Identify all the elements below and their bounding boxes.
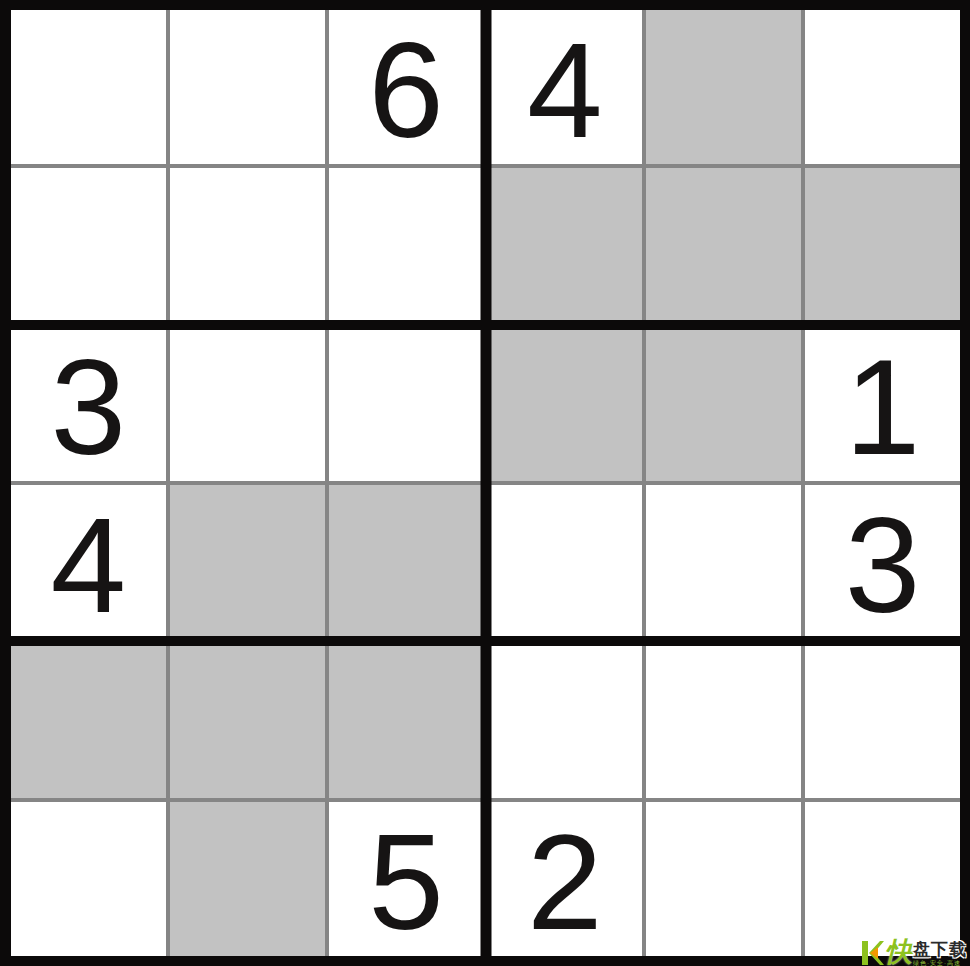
watermark: 快 盘下载 绿色·安全·高速 (862, 939, 967, 966)
watermark-brand-dark: 盘下载 (913, 941, 967, 958)
sudoku-cell-r5c6[interactable] (805, 643, 960, 797)
sudoku-cell-r6c6[interactable] (805, 802, 960, 956)
sudoku-cell-r4c2[interactable] (170, 485, 325, 639)
sudoku-cell-r6c3[interactable]: 5 (329, 802, 484, 956)
kuaipan-k-icon (862, 940, 884, 966)
sudoku-cell-r6c1[interactable] (11, 802, 166, 956)
sudoku-cell-r6c5[interactable] (646, 802, 801, 956)
sudoku-cell-r5c4[interactable] (487, 643, 642, 797)
sudoku-cell-r1c5[interactable] (646, 10, 801, 164)
sudoku-cell-r6c2[interactable] (170, 802, 325, 956)
sudoku-cell-r4c5[interactable] (646, 485, 801, 639)
sudoku-cell-r3c3[interactable] (329, 327, 484, 481)
sudoku-cell-r2c6[interactable] (805, 168, 960, 322)
sudoku-grid: 64314352 (11, 10, 960, 956)
sudoku-cell-r5c5[interactable] (646, 643, 801, 797)
sudoku-cell-r4c3[interactable] (329, 485, 484, 639)
sudoku-cell-r4c4[interactable] (487, 485, 642, 639)
sudoku-cell-r3c1[interactable]: 3 (11, 327, 166, 481)
box-separator-vertical (480, 10, 491, 956)
sudoku-cell-r1c6[interactable] (805, 10, 960, 164)
sudoku-cell-r3c6[interactable]: 1 (805, 327, 960, 481)
sudoku-cell-r5c2[interactable] (170, 643, 325, 797)
sudoku-cell-r3c5[interactable] (646, 327, 801, 481)
sudoku-cell-r1c3[interactable]: 6 (329, 10, 484, 164)
sudoku-cell-r4c1[interactable]: 4 (11, 485, 166, 639)
watermark-brand-green: 快 (885, 939, 912, 966)
watermark-tagline: 绿色·安全·高速 (913, 960, 961, 966)
sudoku-cell-r2c2[interactable] (170, 168, 325, 322)
sudoku-cell-r3c2[interactable] (170, 327, 325, 481)
sudoku-cell-r1c2[interactable] (170, 10, 325, 164)
sudoku-cell-r2c5[interactable] (646, 168, 801, 322)
sudoku-cell-r4c6[interactable]: 3 (805, 485, 960, 639)
sudoku-cell-r2c4[interactable] (487, 168, 642, 322)
sudoku-cell-r1c4[interactable]: 4 (487, 10, 642, 164)
sudoku-cell-r5c1[interactable] (11, 643, 166, 797)
sudoku-cell-r1c1[interactable] (11, 10, 166, 164)
sudoku-cell-r2c3[interactable] (329, 168, 484, 322)
sudoku-cell-r3c4[interactable] (487, 327, 642, 481)
sudoku-cell-r6c4[interactable]: 2 (487, 802, 642, 956)
sudoku-cell-r5c3[interactable] (329, 643, 484, 797)
sudoku-board: 64314352 快 盘下载 绿色·安全·高速 (0, 0, 970, 966)
box-separator-horizontal-1 (11, 320, 960, 330)
box-separator-horizontal-2 (11, 636, 960, 646)
sudoku-cell-r2c1[interactable] (11, 168, 166, 322)
